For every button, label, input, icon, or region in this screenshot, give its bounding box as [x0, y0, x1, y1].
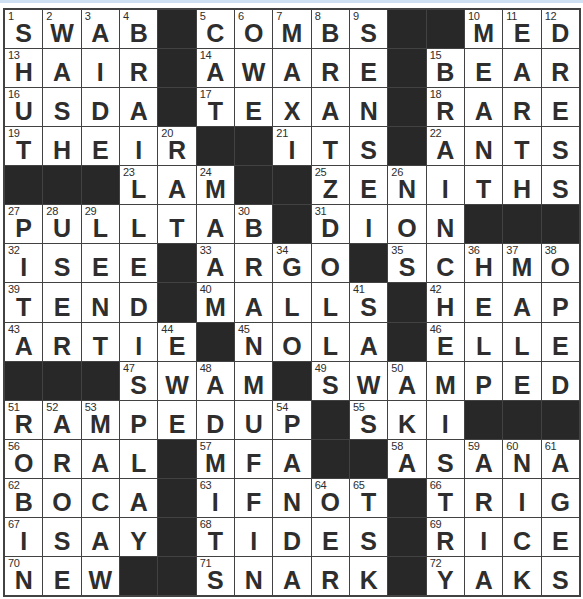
cell-r6c4[interactable]: L	[120, 205, 157, 243]
cell-r9c3[interactable]: T	[82, 323, 119, 361]
block-cell-r15c5	[158, 557, 195, 595]
cell-letter: P	[465, 373, 502, 398]
cell-letter: T	[465, 177, 502, 202]
cell-r12c6[interactable]: 57M	[197, 440, 234, 478]
cell-r14c9[interactable]: E	[312, 518, 349, 556]
cell-letter: R	[465, 490, 502, 515]
cell-letter: L	[82, 216, 119, 241]
cell-r9c7[interactable]: 45N	[235, 323, 272, 361]
cell-r7c12[interactable]: C	[427, 244, 464, 282]
cell-r2c9[interactable]: R	[312, 49, 349, 87]
cell-r1c1[interactable]: 1S	[5, 10, 42, 48]
cell-r1c7[interactable]: 6O	[235, 10, 272, 48]
cell-r1c3[interactable]: 3A	[82, 10, 119, 48]
block-cell-r15c4	[120, 557, 157, 595]
cell-r4c2[interactable]: H	[43, 127, 80, 165]
cell-r15c9[interactable]: R	[312, 557, 349, 595]
cell-r4c8[interactable]: 21I	[273, 127, 310, 165]
cell-r5c15[interactable]: S	[542, 166, 579, 204]
cell-r3c15[interactable]: E	[542, 88, 579, 126]
cell-r14c13[interactable]: I	[465, 518, 502, 556]
cell-r12c8[interactable]: A	[273, 440, 310, 478]
cell-r12c12[interactable]: S	[427, 440, 464, 478]
cell-letter: N	[82, 295, 119, 320]
cell-letter: E	[542, 334, 579, 359]
block-cell-r14c11	[388, 518, 425, 556]
cell-letter: Z	[312, 177, 349, 202]
cell-r14c2[interactable]: S	[43, 518, 80, 556]
cell-r3c1[interactable]: 16U	[5, 88, 42, 126]
cell-r14c10[interactable]: S	[350, 518, 387, 556]
cell-letter: R	[43, 451, 80, 476]
cell-r7c15[interactable]: 38O	[542, 244, 579, 282]
cell-letter: R	[120, 60, 157, 85]
cell-letter: R	[235, 255, 272, 280]
cell-r7c2[interactable]: S	[43, 244, 80, 282]
block-cell-r14c5	[158, 518, 195, 556]
cell-r10c10[interactable]: W	[350, 362, 387, 400]
cell-r1c9[interactable]: 8B	[312, 10, 349, 48]
block-cell-r5c2	[43, 166, 80, 204]
cell-r9c5[interactable]: 44E	[158, 323, 195, 361]
cell-letter: M	[197, 451, 234, 476]
cell-r3c9[interactable]: A	[312, 88, 349, 126]
cell-letter: I	[503, 490, 540, 515]
cell-letter: B	[5, 490, 42, 515]
cell-letter: C	[503, 529, 540, 554]
cell-r14c3[interactable]: A	[82, 518, 119, 556]
cell-r10c12[interactable]: M	[427, 362, 464, 400]
cell-r6c12[interactable]: N	[427, 205, 464, 243]
cell-letter: E	[503, 373, 540, 398]
cell-r6c2[interactable]: 28U	[43, 205, 80, 243]
cell-letter: I	[120, 138, 157, 163]
cell-r1c6[interactable]: 5C	[197, 10, 234, 48]
cell-r10c6[interactable]: 48A	[197, 362, 234, 400]
cell-r15c8[interactable]: A	[273, 557, 310, 595]
cell-r14c15[interactable]: E	[542, 518, 579, 556]
cell-letter: S	[542, 568, 579, 593]
cell-r5c9[interactable]: 25Z	[312, 166, 349, 204]
cell-r3c8[interactable]: X	[273, 88, 310, 126]
cell-r1c2[interactable]: 2W	[43, 10, 80, 48]
cell-letter: N	[388, 177, 425, 202]
cell-letter: A	[312, 99, 349, 124]
cell-r7c8[interactable]: 34G	[273, 244, 310, 282]
cell-letter: A	[5, 334, 42, 359]
cell-r8c6[interactable]: 40M	[197, 283, 234, 321]
cell-r10c5[interactable]: W	[158, 362, 195, 400]
cell-r4c14[interactable]: T	[503, 127, 540, 165]
cell-r4c13[interactable]: N	[465, 127, 502, 165]
cell-r15c1[interactable]: 70N	[5, 557, 42, 595]
cell-r5c5[interactable]: A	[158, 166, 195, 204]
cell-r15c3[interactable]: W	[82, 557, 119, 595]
cell-r3c3[interactable]: D	[82, 88, 119, 126]
cell-r11c12[interactable]: I	[427, 401, 464, 439]
cell-letter: A	[197, 255, 234, 280]
cell-r9c14[interactable]: L	[503, 323, 540, 361]
cell-r4c4[interactable]: I	[120, 127, 157, 165]
cell-letter: S	[5, 21, 42, 46]
cell-r13c2[interactable]: O	[43, 479, 80, 517]
cell-r7c1[interactable]: 32I	[5, 244, 42, 282]
cell-r11c4[interactable]: P	[120, 401, 157, 439]
cell-r2c8[interactable]: A	[273, 49, 310, 87]
cell-r13c6[interactable]: 63I	[197, 479, 234, 517]
cell-letter: M	[235, 373, 272, 398]
cell-letter: M	[82, 412, 119, 437]
cell-r6c3[interactable]: 29L	[82, 205, 119, 243]
cell-r7c14[interactable]: 37M	[503, 244, 540, 282]
cell-r8c1[interactable]: 39T	[5, 283, 42, 321]
cell-letter: E	[465, 295, 502, 320]
cell-r9c2[interactable]: R	[43, 323, 80, 361]
cell-letter: A	[388, 373, 425, 398]
cell-r3c10[interactable]: N	[350, 88, 387, 126]
cell-letter: H	[43, 138, 80, 163]
cell-r11c11[interactable]: K	[388, 401, 425, 439]
block-cell-r11c13	[465, 401, 502, 439]
cell-r7c13[interactable]: 36H	[465, 244, 502, 282]
cell-r3c6[interactable]: 17T	[197, 88, 234, 126]
cell-r13c10[interactable]: 65T	[350, 479, 387, 517]
cell-r12c7[interactable]: F	[235, 440, 272, 478]
cell-letter: I	[427, 412, 464, 437]
cell-r2c3[interactable]: I	[82, 49, 119, 87]
cell-letter: U	[43, 216, 80, 241]
cell-r8c4[interactable]: D	[120, 283, 157, 321]
cell-r9c9[interactable]: L	[312, 323, 349, 361]
block-cell-r12c5	[158, 440, 195, 478]
cell-r7c4[interactable]: E	[120, 244, 157, 282]
cell-letter: K	[350, 568, 387, 593]
cell-r12c1[interactable]: 56O	[5, 440, 42, 478]
cell-r8c7[interactable]: A	[235, 283, 272, 321]
cell-letter: A	[235, 295, 272, 320]
cell-letter: M	[465, 21, 502, 46]
cell-r5c6[interactable]: 24M	[197, 166, 234, 204]
cell-r2c4[interactable]: R	[120, 49, 157, 87]
cell-r7c11[interactable]: 35S	[388, 244, 425, 282]
cell-letter: M	[427, 373, 464, 398]
cell-r2c12[interactable]: 15B	[427, 49, 464, 87]
cell-r2c14[interactable]: A	[503, 49, 540, 87]
cell-letter: E	[350, 60, 387, 85]
block-cell-r1c5	[158, 10, 195, 48]
cell-r10c11[interactable]: 50A	[388, 362, 425, 400]
cell-r5c12[interactable]: I	[427, 166, 464, 204]
cell-letter: S	[427, 451, 464, 476]
cell-r13c7[interactable]: F	[235, 479, 272, 517]
cell-r15c6[interactable]: 71S	[197, 557, 234, 595]
cell-letter: A	[197, 216, 234, 241]
cell-r6c9[interactable]: 31D	[312, 205, 349, 243]
cell-letter: I	[82, 60, 119, 85]
cell-r8c14[interactable]: A	[503, 283, 540, 321]
cell-letter: S	[542, 138, 579, 163]
cell-r9c12[interactable]: 46E	[427, 323, 464, 361]
cell-r1c10[interactable]: 9S	[350, 10, 387, 48]
cell-letter: I	[5, 255, 42, 280]
cell-r7c7[interactable]: R	[235, 244, 272, 282]
cell-r13c4[interactable]: A	[120, 479, 157, 517]
cell-r15c12[interactable]: 72Y	[427, 557, 464, 595]
cell-r2c6[interactable]: 14A	[197, 49, 234, 87]
cell-r2c10[interactable]: E	[350, 49, 387, 87]
cell-r11c2[interactable]: 52A	[43, 401, 80, 439]
cell-letter: W	[350, 373, 387, 398]
cell-letter: E	[158, 334, 195, 359]
block-cell-r8c11	[388, 283, 425, 321]
block-cell-r6c15	[542, 205, 579, 243]
cell-r12c13[interactable]: 59A	[465, 440, 502, 478]
cell-letter: N	[5, 568, 42, 593]
cell-r6c1[interactable]: 27P	[5, 205, 42, 243]
cell-r5c10[interactable]: E	[350, 166, 387, 204]
cell-r14c12[interactable]: 69R	[427, 518, 464, 556]
cell-r5c14[interactable]: H	[503, 166, 540, 204]
cell-r1c13[interactable]: 10M	[465, 10, 502, 48]
cell-r14c7[interactable]: I	[235, 518, 272, 556]
cell-letter: F	[235, 490, 272, 515]
cell-r4c5[interactable]: 20R	[158, 127, 195, 165]
cell-letter: A	[82, 21, 119, 46]
cell-letter: R	[43, 334, 80, 359]
cell-r2c1[interactable]: 13H	[5, 49, 42, 87]
cell-letter: N	[465, 138, 502, 163]
cell-r8c3[interactable]: N	[82, 283, 119, 321]
cell-letter: T	[5, 138, 42, 163]
block-cell-r13c11	[388, 479, 425, 517]
cell-r13c9[interactable]: 64O	[312, 479, 349, 517]
cell-letter: A	[43, 60, 80, 85]
cell-letter: H	[503, 177, 540, 202]
cell-letter: B	[120, 21, 157, 46]
cell-letter: N	[427, 216, 464, 241]
cell-r15c15[interactable]: S	[542, 557, 579, 595]
cell-r4c15[interactable]: S	[542, 127, 579, 165]
cell-letter: D	[82, 99, 119, 124]
cell-r7c9[interactable]: O	[312, 244, 349, 282]
cell-r15c10[interactable]: K	[350, 557, 387, 595]
cell-letter: P	[120, 412, 157, 437]
block-cell-r6c8	[273, 205, 310, 243]
cell-r14c1[interactable]: 67I	[5, 518, 42, 556]
cell-letter: S	[43, 255, 80, 280]
cell-r10c14[interactable]: E	[503, 362, 540, 400]
cell-letter: R	[158, 138, 195, 163]
cell-r13c8[interactable]: N	[273, 479, 310, 517]
cell-r3c13[interactable]: A	[465, 88, 502, 126]
cell-r10c7[interactable]: M	[235, 362, 272, 400]
cell-r12c3[interactable]: A	[82, 440, 119, 478]
block-cell-r3c11	[388, 88, 425, 126]
cell-letter: W	[235, 60, 272, 85]
cell-r12c4[interactable]: L	[120, 440, 157, 478]
cell-r8c10[interactable]: 41S	[350, 283, 387, 321]
cell-letter: T	[312, 138, 349, 163]
block-cell-r4c7	[235, 127, 272, 165]
cell-letter: A	[273, 568, 310, 593]
cell-r1c14[interactable]: 11E	[503, 10, 540, 48]
cell-r13c3[interactable]: C	[82, 479, 119, 517]
cell-r11c8[interactable]: 54P	[273, 401, 310, 439]
block-cell-r5c7	[235, 166, 272, 204]
cell-letter: T	[503, 138, 540, 163]
cell-r11c6[interactable]: D	[197, 401, 234, 439]
cell-r8c12[interactable]: 42H	[427, 283, 464, 321]
cell-letter: E	[235, 99, 272, 124]
block-cell-r9c11	[388, 323, 425, 361]
cell-r11c7[interactable]: U	[235, 401, 272, 439]
cell-r6c5[interactable]: T	[158, 205, 195, 243]
cell-letter: A	[43, 412, 80, 437]
cell-r2c15[interactable]: R	[542, 49, 579, 87]
cell-letter: L	[465, 334, 502, 359]
cell-letter: A	[350, 334, 387, 359]
block-cell-r1c11	[388, 10, 425, 48]
cell-letter: E	[350, 177, 387, 202]
block-cell-r10c1	[5, 362, 42, 400]
cell-letter: L	[312, 334, 349, 359]
cell-r15c14[interactable]: K	[503, 557, 540, 595]
cell-r9c13[interactable]: L	[465, 323, 502, 361]
cell-r2c13[interactable]: E	[465, 49, 502, 87]
cell-letter: T	[158, 216, 195, 241]
block-cell-r2c5	[158, 49, 195, 87]
cell-letter: L	[503, 334, 540, 359]
cell-r7c6[interactable]: 33A	[197, 244, 234, 282]
cell-letter: Y	[120, 529, 157, 554]
cell-r15c7[interactable]: N	[235, 557, 272, 595]
cell-letter: E	[43, 295, 80, 320]
cell-r3c12[interactable]: 18R	[427, 88, 464, 126]
cell-r8c2[interactable]: E	[43, 283, 80, 321]
cell-r11c10[interactable]: 55S	[350, 401, 387, 439]
cell-letter: W	[82, 568, 119, 593]
cell-r3c14[interactable]: R	[503, 88, 540, 126]
cell-r6c10[interactable]: I	[350, 205, 387, 243]
cell-letter: O	[312, 490, 349, 515]
cell-r13c13[interactable]: R	[465, 479, 502, 517]
cell-r14c8[interactable]: D	[273, 518, 310, 556]
cell-r4c12[interactable]: 22A	[427, 127, 464, 165]
cell-letter: T	[82, 334, 119, 359]
cell-letter: H	[5, 60, 42, 85]
cell-r13c14[interactable]: I	[503, 479, 540, 517]
block-cell-r12c9	[312, 440, 349, 478]
cell-r4c10[interactable]: S	[350, 127, 387, 165]
cell-r6c7[interactable]: 30B	[235, 205, 272, 243]
cell-r13c1[interactable]: 62B	[5, 479, 42, 517]
crossword-screen: 1S2W3A4B5C6O7M8B9S10M11E12D13HAIR14AWARE…	[0, 0, 583, 599]
cell-r9c15[interactable]: E	[542, 323, 579, 361]
block-cell-r10c3	[82, 362, 119, 400]
cell-r13c15[interactable]: G	[542, 479, 579, 517]
cell-r11c3[interactable]: 53M	[82, 401, 119, 439]
cell-r2c2[interactable]: A	[43, 49, 80, 87]
cell-r3c2[interactable]: S	[43, 88, 80, 126]
cell-r10c13[interactable]: P	[465, 362, 502, 400]
cell-letter: W	[158, 373, 195, 398]
cell-r12c2[interactable]: R	[43, 440, 80, 478]
cell-r12c15[interactable]: 61A	[542, 440, 579, 478]
cell-letter: A	[273, 451, 310, 476]
cell-letter: A	[158, 177, 195, 202]
cell-letter: I	[120, 334, 157, 359]
cell-r15c13[interactable]: A	[465, 557, 502, 595]
block-cell-r13c5	[158, 479, 195, 517]
cell-r1c15[interactable]: 12D	[542, 10, 579, 48]
cell-r11c5[interactable]: E	[158, 401, 195, 439]
cell-letter: L	[120, 451, 157, 476]
cell-r12c14[interactable]: 60N	[503, 440, 540, 478]
cell-r13c12[interactable]: 66T	[427, 479, 464, 517]
block-cell-r2c11	[388, 49, 425, 87]
cell-letter: R	[427, 99, 464, 124]
cell-letter: R	[427, 529, 464, 554]
cell-letter: E	[158, 412, 195, 437]
cell-letter: N	[235, 334, 272, 359]
cell-r8c13[interactable]: E	[465, 283, 502, 321]
cell-r6c6[interactable]: A	[197, 205, 234, 243]
cell-r1c8[interactable]: 7M	[273, 10, 310, 48]
cell-r5c13[interactable]: T	[465, 166, 502, 204]
cell-r10c9[interactable]: 49S	[312, 362, 349, 400]
cell-r10c15[interactable]: D	[542, 362, 579, 400]
cell-r9c1[interactable]: 43A	[5, 323, 42, 361]
cell-letter: R	[312, 60, 349, 85]
cell-letter: R	[542, 60, 579, 85]
cell-r11c1[interactable]: 51R	[5, 401, 42, 439]
cell-r12c11[interactable]: 58A	[388, 440, 425, 478]
cell-r4c1[interactable]: 19T	[5, 127, 42, 165]
cell-r9c10[interactable]: A	[350, 323, 387, 361]
cell-r7c3[interactable]: E	[82, 244, 119, 282]
cell-r14c14[interactable]: C	[503, 518, 540, 556]
cell-r15c2[interactable]: E	[43, 557, 80, 595]
cell-r6c11[interactable]: O	[388, 205, 425, 243]
cell-letter: M	[197, 295, 234, 320]
cell-letter: I	[273, 138, 310, 163]
block-cell-r4c6	[197, 127, 234, 165]
cell-r5c4[interactable]: 23L	[120, 166, 157, 204]
cell-r8c9[interactable]: L	[312, 283, 349, 321]
cell-r2c7[interactable]: W	[235, 49, 272, 87]
cell-r8c15[interactable]: P	[542, 283, 579, 321]
cell-r1c4[interactable]: 4B	[120, 10, 157, 48]
cell-r4c9[interactable]: T	[312, 127, 349, 165]
block-cell-r10c8	[273, 362, 310, 400]
cell-r10c4[interactable]: 47S	[120, 362, 157, 400]
cell-r9c4[interactable]: I	[120, 323, 157, 361]
cell-letter: A	[465, 568, 502, 593]
cell-r5c11[interactable]: 26N	[388, 166, 425, 204]
cell-r3c4[interactable]: A	[120, 88, 157, 126]
cell-letter: O	[43, 490, 80, 515]
cell-r4c3[interactable]: E	[82, 127, 119, 165]
cell-r14c6[interactable]: 68T	[197, 518, 234, 556]
cell-letter: E	[542, 529, 579, 554]
cell-letter: T	[5, 295, 42, 320]
cell-letter: S	[350, 412, 387, 437]
cell-r8c8[interactable]: L	[273, 283, 310, 321]
cell-r14c4[interactable]: Y	[120, 518, 157, 556]
cell-r3c7[interactable]: E	[235, 88, 272, 126]
cell-r9c8[interactable]: O	[273, 323, 310, 361]
cell-letter: T	[427, 490, 464, 515]
